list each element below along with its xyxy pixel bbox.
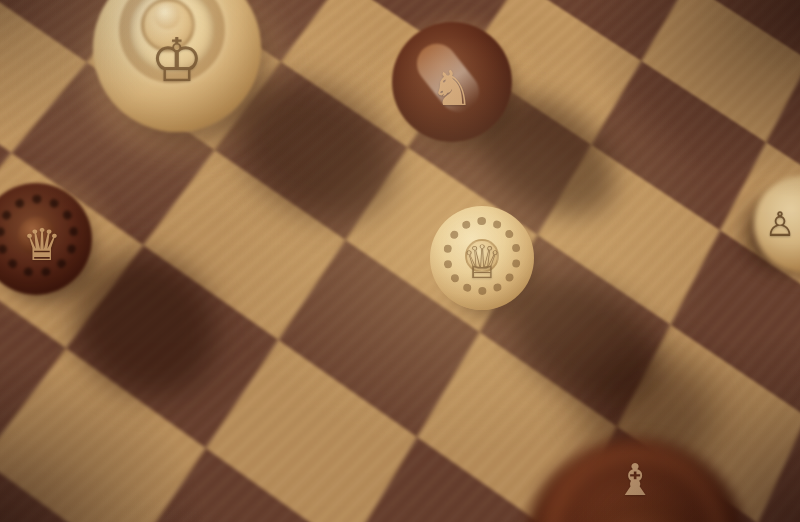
black-bishop-icon: ♝ xyxy=(615,458,654,502)
white-king-piece[interactable]: ♔ xyxy=(93,0,261,132)
white-pawn-icon: ♙ xyxy=(765,207,795,241)
white-king-icon: ♔ xyxy=(150,30,204,90)
black-queen-piece[interactable]: ♛ xyxy=(0,183,92,295)
white-queen-icon: ♕ xyxy=(461,239,502,285)
black-queen-icon: ♛ xyxy=(22,223,61,267)
black-knight-icon: ♞ xyxy=(430,64,473,112)
black-bishop-piece[interactable]: ♝ xyxy=(523,438,747,522)
chess-photo-scene: ♔ ♞ ♛ ♕ ♙ ♝ xyxy=(0,0,800,522)
white-queen-piece[interactable]: ♕ xyxy=(430,206,534,310)
black-knight-piece[interactable]: ♞ xyxy=(392,22,512,142)
white-pawn-piece[interactable]: ♙ xyxy=(754,176,800,272)
